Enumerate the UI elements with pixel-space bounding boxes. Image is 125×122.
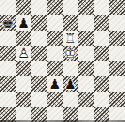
square-c3 — [31, 76, 47, 91]
chess-board: ♚♟♜♖♟♙♚♔♟♟ — [0, 0, 125, 122]
square-d2 — [47, 92, 63, 107]
square-h4 — [109, 61, 125, 76]
square-f3 — [78, 76, 94, 91]
square-c7 — [31, 15, 47, 30]
square-g4 — [94, 61, 110, 76]
square-g2 — [94, 92, 110, 107]
white-pawn-b5: ♟♙ — [16, 46, 32, 61]
black-pawn-b7: ♟ — [16, 15, 32, 30]
rook-glyph: ♖ — [64, 31, 77, 45]
square-d4 — [47, 61, 63, 76]
pawn-glyph: ♟ — [64, 76, 77, 90]
square-a1 — [0, 107, 16, 122]
black-king-a7: ♚ — [0, 15, 16, 30]
square-e3: ♟ — [63, 76, 79, 91]
white-king-e5: ♚♔ — [63, 46, 79, 61]
black-pawn-d3: ♟ — [47, 76, 63, 91]
square-b3 — [16, 76, 32, 91]
white-rook-e6: ♜♖ — [63, 31, 79, 46]
square-b4 — [16, 61, 32, 76]
square-d3: ♟ — [47, 76, 63, 91]
square-h1 — [109, 107, 125, 122]
square-b8 — [16, 0, 32, 15]
square-e5: ♚♔ — [63, 46, 79, 61]
square-h3 — [109, 76, 125, 91]
square-c8 — [31, 0, 47, 15]
square-e8 — [63, 0, 79, 15]
square-g5 — [94, 46, 110, 61]
square-c5 — [31, 46, 47, 61]
square-b6 — [16, 31, 32, 46]
square-e1 — [63, 107, 79, 122]
square-d7 — [47, 15, 63, 30]
black-pawn-e3: ♟ — [63, 76, 79, 91]
square-c2 — [31, 92, 47, 107]
square-h2 — [109, 92, 125, 107]
square-a2 — [0, 92, 16, 107]
square-e6: ♜♖ — [63, 31, 79, 46]
king-glyph: ♚ — [2, 15, 15, 29]
square-a3 — [0, 76, 16, 91]
square-f7 — [78, 15, 94, 30]
square-a8 — [0, 0, 16, 15]
square-d1 — [47, 107, 63, 122]
square-h6 — [109, 31, 125, 46]
square-h8 — [109, 0, 125, 15]
square-d5 — [47, 46, 63, 61]
square-g6 — [94, 31, 110, 46]
square-f8 — [78, 0, 94, 15]
square-f5 — [78, 46, 94, 61]
pawn-glyph: ♙ — [17, 46, 30, 60]
square-a4 — [0, 61, 16, 76]
square-c1 — [31, 107, 47, 122]
square-c6 — [31, 31, 47, 46]
square-h7 — [109, 15, 125, 30]
square-e2 — [63, 92, 79, 107]
square-f6 — [78, 31, 94, 46]
square-c4 — [31, 61, 47, 76]
square-g3 — [94, 76, 110, 91]
square-h5 — [109, 46, 125, 61]
square-d6 — [47, 31, 63, 46]
square-g1 — [94, 107, 110, 122]
square-e7 — [63, 15, 79, 30]
square-f1 — [78, 107, 94, 122]
square-a6 — [0, 31, 16, 46]
square-e4 — [63, 61, 79, 76]
square-g7 — [94, 15, 110, 30]
square-a5 — [0, 46, 16, 61]
square-b1 — [16, 107, 32, 122]
pawn-glyph: ♟ — [17, 15, 30, 29]
square-a7: ♚ — [0, 15, 16, 30]
square-g8 — [94, 0, 110, 15]
pawn-glyph: ♟ — [48, 76, 61, 90]
king-glyph: ♔ — [64, 46, 77, 60]
square-f4 — [78, 61, 94, 76]
square-d8 — [47, 0, 63, 15]
square-f2 — [78, 92, 94, 107]
square-b2 — [16, 92, 32, 107]
square-b7: ♟ — [16, 15, 32, 30]
square-b5: ♟♙ — [16, 46, 32, 61]
